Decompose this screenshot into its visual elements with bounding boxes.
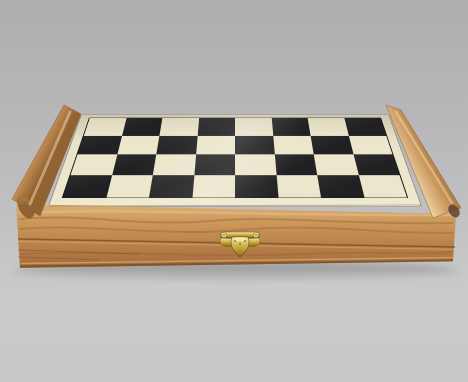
- right-rail: [386, 105, 462, 220]
- wooden-box: [0, 0, 468, 382]
- lid-front-edge: [49, 205, 421, 206]
- left-rail: [12, 105, 81, 221]
